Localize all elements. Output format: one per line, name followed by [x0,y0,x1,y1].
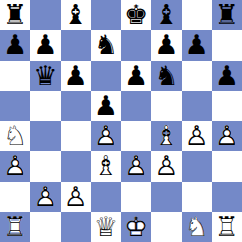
white-bishop[interactable]: ♝♗ [151,121,181,151]
white-rook-outline: ♖ [0,212,30,242]
square-d1[interactable]: ♛♕ [91,212,121,242]
square-c2[interactable]: ♟♙ [61,182,91,212]
black-pawn[interactable]: ♟ [151,30,181,60]
square-h4[interactable]: ♟♙ [212,121,242,151]
square-e6[interactable]: ♟ [121,61,151,91]
square-h1[interactable]: ♜♖ [212,212,242,242]
black-pawn-glyph: ♟ [0,30,30,60]
square-c7[interactable] [61,30,91,60]
square-f1[interactable] [151,212,181,242]
black-pawn-glyph: ♟ [151,30,181,60]
black-bishop-glyph: ♝ [151,0,181,30]
white-pawn-outline: ♙ [30,182,60,212]
square-d7[interactable]: ♞ [91,30,121,60]
white-pawn-outline: ♙ [151,151,181,181]
white-queen-outline: ♕ [91,212,121,242]
white-rook[interactable]: ♜♖ [0,212,30,242]
white-pawn[interactable]: ♟♙ [212,121,242,151]
square-c6[interactable]: ♟ [61,61,91,91]
square-g5[interactable] [182,91,212,121]
square-h2[interactable] [212,182,242,212]
square-e2[interactable] [121,182,151,212]
white-king-outline: ♔ [121,212,151,242]
black-pawn-glyph: ♟ [212,61,242,91]
square-e1[interactable]: ♚♔ [121,212,151,242]
square-g8[interactable] [182,0,212,30]
square-g7[interactable]: ♟ [182,30,212,60]
square-a2[interactable] [0,182,30,212]
white-pawn-outline: ♙ [0,151,30,181]
square-b4[interactable] [30,121,60,151]
black-knight[interactable]: ♞ [91,30,121,60]
square-d2[interactable] [91,182,121,212]
square-g6[interactable] [182,61,212,91]
white-pawn[interactable]: ♟♙ [91,121,121,151]
black-pawn[interactable]: ♟ [121,61,151,91]
black-pawn[interactable]: ♟ [61,61,91,91]
black-rook[interactable]: ♜ [212,0,242,30]
white-pawn[interactable]: ♟♙ [182,121,212,151]
square-b6[interactable]: ♛ [30,61,60,91]
white-knight-outline: ♘ [0,121,30,151]
black-pawn-glyph: ♟ [121,61,151,91]
square-g2[interactable] [182,182,212,212]
white-knight[interactable]: ♞♘ [182,212,212,242]
square-f6[interactable]: ♞ [151,61,181,91]
white-pawn[interactable]: ♟♙ [151,151,181,181]
square-b2[interactable]: ♟♙ [30,182,60,212]
square-d5[interactable]: ♟ [91,91,121,121]
black-queen-glyph: ♛ [30,61,60,91]
square-d6[interactable] [91,61,121,91]
white-pawn[interactable]: ♟♙ [0,151,30,181]
black-pawn[interactable]: ♟ [91,91,121,121]
square-d3[interactable]: ♝♗ [91,151,121,181]
white-pawn[interactable]: ♟♙ [30,182,60,212]
square-e7[interactable] [121,30,151,60]
white-queen[interactable]: ♛♕ [91,212,121,242]
black-pawn[interactable]: ♟ [30,30,60,60]
white-pawn-outline: ♙ [61,182,91,212]
black-rook-glyph: ♜ [0,0,30,30]
white-bishop-outline: ♗ [151,121,181,151]
square-g4[interactable]: ♟♙ [182,121,212,151]
black-rook-glyph: ♜ [212,0,242,30]
square-e5[interactable] [121,91,151,121]
black-knight-glyph: ♞ [91,30,121,60]
square-h8[interactable]: ♜ [212,0,242,30]
white-knight-outline: ♘ [182,212,212,242]
square-c8[interactable]: ♝ [61,0,91,30]
black-bishop[interactable]: ♝ [151,0,181,30]
square-d4[interactable]: ♟♙ [91,121,121,151]
black-pawn-glyph: ♟ [61,61,91,91]
black-king[interactable]: ♚ [121,0,151,30]
square-b8[interactable] [30,0,60,30]
square-a1[interactable]: ♜♖ [0,212,30,242]
square-f4[interactable]: ♝♗ [151,121,181,151]
chess-board-window: ♜♝♚♝♜♟♟♞♟♟♛♟♟♞♟♟♞♘♟♙♝♗♟♙♟♙♟♙♝♗♟♙♟♙♟♙♟♙♜♖… [0,0,242,242]
white-king[interactable]: ♚♔ [121,212,151,242]
square-h7[interactable] [212,30,242,60]
square-f2[interactable] [151,182,181,212]
black-pawn-glyph: ♟ [30,30,60,60]
white-knight[interactable]: ♞♘ [0,121,30,151]
white-rook[interactable]: ♜♖ [212,212,242,242]
square-a4[interactable]: ♞♘ [0,121,30,151]
white-pawn[interactable]: ♟♙ [121,151,151,181]
square-b3[interactable] [30,151,60,181]
square-d8[interactable] [91,0,121,30]
square-g1[interactable]: ♞♘ [182,212,212,242]
square-f5[interactable] [151,91,181,121]
white-pawn-outline: ♙ [91,121,121,151]
black-pawn-glyph: ♟ [91,91,121,121]
black-pawn[interactable]: ♟ [182,30,212,60]
black-bishop-glyph: ♝ [61,0,91,30]
square-g3[interactable] [182,151,212,181]
square-c4[interactable] [61,121,91,151]
white-pawn[interactable]: ♟♙ [61,182,91,212]
black-pawn[interactable]: ♟ [0,30,30,60]
white-rook-outline: ♖ [212,212,242,242]
square-f3[interactable]: ♟♙ [151,151,181,181]
square-a8[interactable]: ♜ [0,0,30,30]
square-b1[interactable] [30,212,60,242]
square-b5[interactable] [30,91,60,121]
black-pawn-glyph: ♟ [182,30,212,60]
square-h3[interactable] [212,151,242,181]
white-bishop-outline: ♗ [91,151,121,181]
square-c3[interactable] [61,151,91,181]
square-c5[interactable] [61,91,91,121]
square-h6[interactable]: ♟ [212,61,242,91]
square-e4[interactable] [121,121,151,151]
black-king-glyph: ♚ [121,0,151,30]
square-f8[interactable]: ♝ [151,0,181,30]
square-a3[interactable]: ♟♙ [0,151,30,181]
black-bishop[interactable]: ♝ [61,0,91,30]
chess-board: ♜♝♚♝♜♟♟♞♟♟♛♟♟♞♟♟♞♘♟♙♝♗♟♙♟♙♟♙♝♗♟♙♟♙♟♙♟♙♜♖… [0,0,242,242]
square-h5[interactable] [212,91,242,121]
square-a7[interactable]: ♟ [0,30,30,60]
square-e8[interactable]: ♚ [121,0,151,30]
square-b7[interactable]: ♟ [30,30,60,60]
black-knight[interactable]: ♞ [151,61,181,91]
black-knight-glyph: ♞ [151,61,181,91]
square-f7[interactable]: ♟ [151,30,181,60]
black-pawn[interactable]: ♟ [212,61,242,91]
square-a6[interactable] [0,61,30,91]
white-pawn-outline: ♙ [182,121,212,151]
white-pawn-outline: ♙ [121,151,151,181]
square-a5[interactable] [0,91,30,121]
square-c1[interactable] [61,212,91,242]
white-bishop[interactable]: ♝♗ [91,151,121,181]
white-pawn-outline: ♙ [212,121,242,151]
square-e3[interactable]: ♟♙ [121,151,151,181]
black-rook[interactable]: ♜ [0,0,30,30]
black-queen[interactable]: ♛ [30,61,60,91]
